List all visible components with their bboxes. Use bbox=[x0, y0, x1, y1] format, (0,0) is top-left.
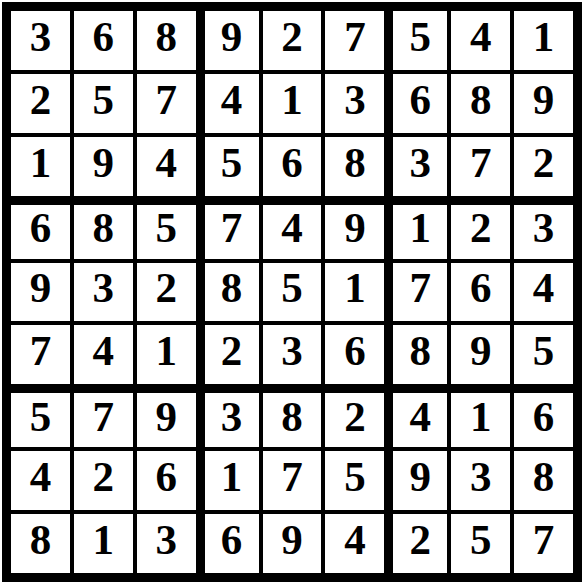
sudoku-cell-r2c1[interactable]: 2 bbox=[9, 72, 72, 135]
sudoku-cell-r7c7[interactable]: 4 bbox=[386, 386, 449, 449]
sudoku-cell-r9c6[interactable]: 4 bbox=[323, 512, 386, 575]
sudoku-cell-r5c3[interactable]: 2 bbox=[135, 261, 198, 324]
sudoku-cell-r8c6[interactable]: 5 bbox=[323, 449, 386, 512]
sudoku-cell-r1c6[interactable]: 7 bbox=[323, 9, 386, 72]
sudoku-cell-r2c4[interactable]: 4 bbox=[198, 72, 261, 135]
sudoku-cell-r6c4[interactable]: 2 bbox=[198, 323, 261, 386]
sudoku-cell-r6c9[interactable]: 5 bbox=[512, 323, 575, 386]
sudoku-cell-r8c4[interactable]: 1 bbox=[198, 449, 261, 512]
sudoku-cell-r5c9[interactable]: 4 bbox=[512, 261, 575, 324]
sudoku-cell-r1c1[interactable]: 3 bbox=[9, 9, 72, 72]
sudoku-cell-r1c4[interactable]: 9 bbox=[198, 9, 261, 72]
sudoku-cell-r9c2[interactable]: 1 bbox=[72, 512, 135, 575]
sudoku-cell-r9c4[interactable]: 6 bbox=[198, 512, 261, 575]
sudoku-cell-r8c9[interactable]: 8 bbox=[512, 449, 575, 512]
sudoku-cell-r5c7[interactable]: 7 bbox=[386, 261, 449, 324]
sudoku-cell-r4c4[interactable]: 7 bbox=[198, 198, 261, 261]
sudoku-cell-r2c3[interactable]: 7 bbox=[135, 72, 198, 135]
sudoku-cell-r6c6[interactable]: 6 bbox=[323, 323, 386, 386]
sudoku-board: 3689275412574136891945683726857491239328… bbox=[2, 2, 582, 582]
sudoku-cell-r4c7[interactable]: 1 bbox=[386, 198, 449, 261]
sudoku-cell-r5c2[interactable]: 3 bbox=[72, 261, 135, 324]
sudoku-cell-r3c2[interactable]: 9 bbox=[72, 135, 135, 198]
sudoku-cell-r5c8[interactable]: 6 bbox=[449, 261, 512, 324]
sudoku-cell-r3c6[interactable]: 8 bbox=[323, 135, 386, 198]
sudoku-cell-r3c7[interactable]: 3 bbox=[386, 135, 449, 198]
sudoku-cell-r7c8[interactable]: 1 bbox=[449, 386, 512, 449]
sudoku-cell-r4c3[interactable]: 5 bbox=[135, 198, 198, 261]
sudoku-cell-r7c6[interactable]: 2 bbox=[323, 386, 386, 449]
sudoku-cell-r7c9[interactable]: 6 bbox=[512, 386, 575, 449]
sudoku-cell-r1c2[interactable]: 6 bbox=[72, 9, 135, 72]
sudoku-cell-r6c2[interactable]: 4 bbox=[72, 323, 135, 386]
sudoku-cell-r6c8[interactable]: 9 bbox=[449, 323, 512, 386]
sudoku-cell-r6c1[interactable]: 7 bbox=[9, 323, 72, 386]
sudoku-cell-r4c8[interactable]: 2 bbox=[449, 198, 512, 261]
sudoku-cell-r3c8[interactable]: 7 bbox=[449, 135, 512, 198]
sudoku-cell-r1c7[interactable]: 5 bbox=[386, 9, 449, 72]
sudoku-cell-r3c3[interactable]: 4 bbox=[135, 135, 198, 198]
sudoku-cell-r4c6[interactable]: 9 bbox=[323, 198, 386, 261]
sudoku-cell-r2c6[interactable]: 3 bbox=[323, 72, 386, 135]
sudoku-cell-r8c5[interactable]: 7 bbox=[261, 449, 324, 512]
sudoku-cell-r5c4[interactable]: 8 bbox=[198, 261, 261, 324]
sudoku-cell-r9c8[interactable]: 5 bbox=[449, 512, 512, 575]
sudoku-cell-r7c3[interactable]: 9 bbox=[135, 386, 198, 449]
sudoku-cell-r8c7[interactable]: 9 bbox=[386, 449, 449, 512]
sudoku-cell-r9c3[interactable]: 3 bbox=[135, 512, 198, 575]
sudoku-cell-r1c5[interactable]: 2 bbox=[261, 9, 324, 72]
sudoku-cell-r1c3[interactable]: 8 bbox=[135, 9, 198, 72]
sudoku-cell-r9c7[interactable]: 2 bbox=[386, 512, 449, 575]
sudoku-cell-r2c9[interactable]: 9 bbox=[512, 72, 575, 135]
sudoku-cell-r8c8[interactable]: 3 bbox=[449, 449, 512, 512]
sudoku-cell-r2c7[interactable]: 6 bbox=[386, 72, 449, 135]
sudoku-cell-r3c9[interactable]: 2 bbox=[512, 135, 575, 198]
sudoku-cell-r6c5[interactable]: 3 bbox=[261, 323, 324, 386]
sudoku-cell-r9c9[interactable]: 7 bbox=[512, 512, 575, 575]
sudoku-cell-r7c2[interactable]: 7 bbox=[72, 386, 135, 449]
sudoku-cell-r3c1[interactable]: 1 bbox=[9, 135, 72, 198]
sudoku-cell-r7c1[interactable]: 5 bbox=[9, 386, 72, 449]
sudoku-cell-r4c5[interactable]: 4 bbox=[261, 198, 324, 261]
sudoku-cell-r2c5[interactable]: 1 bbox=[261, 72, 324, 135]
sudoku-cell-r8c3[interactable]: 6 bbox=[135, 449, 198, 512]
sudoku-cell-r2c8[interactable]: 8 bbox=[449, 72, 512, 135]
sudoku-cell-r5c5[interactable]: 5 bbox=[261, 261, 324, 324]
sudoku-cell-r5c6[interactable]: 1 bbox=[323, 261, 386, 324]
sudoku-cell-r4c9[interactable]: 3 bbox=[512, 198, 575, 261]
sudoku-cell-r6c7[interactable]: 8 bbox=[386, 323, 449, 386]
sudoku-cell-r4c2[interactable]: 8 bbox=[72, 198, 135, 261]
sudoku-cell-r1c8[interactable]: 4 bbox=[449, 9, 512, 72]
page: 3689275412574136891945683726857491239328… bbox=[0, 0, 584, 584]
sudoku-cell-r3c5[interactable]: 6 bbox=[261, 135, 324, 198]
sudoku-cell-r6c3[interactable]: 1 bbox=[135, 323, 198, 386]
sudoku-cell-r7c5[interactable]: 8 bbox=[261, 386, 324, 449]
sudoku-cell-r9c1[interactable]: 8 bbox=[9, 512, 72, 575]
sudoku-cell-r8c2[interactable]: 2 bbox=[72, 449, 135, 512]
sudoku-cell-r2c2[interactable]: 5 bbox=[72, 72, 135, 135]
sudoku-cell-r1c9[interactable]: 1 bbox=[512, 9, 575, 72]
sudoku-cell-r9c5[interactable]: 9 bbox=[261, 512, 324, 575]
sudoku-cell-r5c1[interactable]: 9 bbox=[9, 261, 72, 324]
sudoku-cell-r3c4[interactable]: 5 bbox=[198, 135, 261, 198]
sudoku-cell-r4c1[interactable]: 6 bbox=[9, 198, 72, 261]
sudoku-cell-r8c1[interactable]: 4 bbox=[9, 449, 72, 512]
sudoku-cell-r7c4[interactable]: 3 bbox=[198, 386, 261, 449]
